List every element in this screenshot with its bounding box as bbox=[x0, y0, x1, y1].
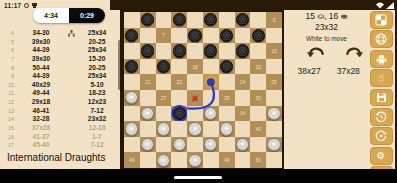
move-row: 1040x295-10 bbox=[2, 81, 116, 90]
white-man[interactable] bbox=[220, 122, 233, 135]
light-square bbox=[171, 28, 187, 44]
move-choices: 38x27 37x28 bbox=[298, 66, 360, 76]
black-man-selected[interactable] bbox=[173, 107, 186, 120]
light-square bbox=[203, 152, 219, 168]
square-20[interactable]: 20 bbox=[250, 59, 266, 75]
black-move[interactable]: 12x23 bbox=[76, 98, 118, 107]
white-clock[interactable]: 4:34 bbox=[33, 8, 69, 23]
white-man[interactable] bbox=[236, 138, 249, 151]
status-app-icon bbox=[32, 3, 37, 8]
square-2[interactable] bbox=[171, 12, 187, 28]
light-square bbox=[140, 152, 156, 168]
square-number: 27 bbox=[161, 95, 167, 101]
white-move[interactable]: 44-39 bbox=[16, 46, 66, 55]
light-square bbox=[219, 137, 235, 153]
right-panel: 15 ⛀, 16 ⛂ 23x32 White to move 38x27 37x… bbox=[284, 10, 395, 169]
move-choice-1[interactable]: 38x27 bbox=[298, 66, 321, 76]
undo-arrow-icon[interactable] bbox=[306, 45, 325, 58]
save-icon bbox=[376, 92, 387, 103]
light-square bbox=[187, 43, 203, 59]
wifi-icon bbox=[376, 2, 384, 9]
square-5[interactable]: 5 bbox=[266, 12, 282, 28]
light-square bbox=[235, 90, 251, 106]
square-50[interactable]: 50 bbox=[250, 152, 266, 168]
black-man[interactable] bbox=[173, 13, 186, 26]
signal-icon bbox=[386, 2, 394, 9]
app-screen: 11:17 4:34 0:29 434-3025x34539x3020-2564… bbox=[0, 0, 397, 182]
move-row: 644-3925x34 bbox=[2, 46, 116, 55]
square-number: 21 bbox=[145, 79, 151, 85]
black-count: 16 bbox=[329, 11, 338, 21]
white-move[interactable]: 45-40 bbox=[16, 141, 66, 150]
square-47[interactable] bbox=[156, 152, 172, 168]
light-square bbox=[219, 106, 235, 122]
light-square bbox=[156, 43, 172, 59]
white-move[interactable]: 41-37 bbox=[16, 133, 66, 142]
light-square bbox=[187, 12, 203, 28]
square-3[interactable] bbox=[203, 12, 219, 28]
square-number: 24 bbox=[240, 79, 246, 85]
white-move[interactable]: 34-30 bbox=[16, 29, 66, 38]
light-square bbox=[235, 59, 251, 75]
nav-arrows bbox=[306, 45, 364, 58]
black-move[interactable]: 23x32 bbox=[76, 115, 118, 124]
light-square bbox=[171, 121, 187, 137]
black-man[interactable] bbox=[252, 29, 265, 42]
light-square bbox=[203, 90, 219, 106]
move-row: 1229x1812x23 bbox=[2, 98, 116, 107]
square-49[interactable]: 49 bbox=[219, 152, 235, 168]
move-number: 7 bbox=[2, 55, 16, 64]
light-square bbox=[203, 121, 219, 137]
square-13[interactable] bbox=[203, 43, 219, 59]
move-number: 17 bbox=[2, 141, 16, 150]
square-24[interactable]: 24 bbox=[235, 74, 251, 90]
square-36[interactable] bbox=[124, 121, 140, 137]
move-number: 11 bbox=[2, 89, 16, 98]
computer-play-button[interactable] bbox=[370, 50, 393, 68]
black-man[interactable] bbox=[188, 29, 201, 42]
light-square bbox=[124, 12, 140, 28]
square-4[interactable] bbox=[235, 12, 251, 28]
move-row: 739x3015-20 bbox=[2, 55, 116, 64]
light-square bbox=[250, 43, 266, 59]
square-19[interactable] bbox=[219, 59, 235, 75]
replay-icon bbox=[375, 130, 387, 142]
light-square bbox=[219, 43, 235, 59]
move-number: 6 bbox=[2, 46, 16, 55]
square-42[interactable] bbox=[171, 137, 187, 153]
white-move[interactable]: 49-44 bbox=[16, 89, 66, 98]
light-square bbox=[156, 12, 172, 28]
black-move[interactable]: 1-7 bbox=[76, 133, 118, 142]
square-number: 20 bbox=[255, 64, 261, 70]
square-number: 40 bbox=[255, 126, 261, 132]
black-move[interactable]: 25x34 bbox=[76, 72, 118, 81]
move-row: 850-4420-25 bbox=[2, 64, 116, 73]
light-square bbox=[171, 59, 187, 75]
light-square bbox=[250, 12, 266, 28]
square-28[interactable]: ✕ bbox=[187, 90, 203, 106]
board-theme-button[interactable] bbox=[370, 11, 393, 29]
square-27[interactable]: 27 bbox=[156, 90, 172, 106]
white-man[interactable] bbox=[157, 154, 170, 167]
light-square bbox=[124, 74, 140, 90]
square-46[interactable]: 46 bbox=[124, 152, 140, 168]
move-row: 1537x2812-18 bbox=[2, 124, 116, 133]
black-move[interactable]: 12-18 bbox=[76, 124, 118, 133]
square-48[interactable] bbox=[187, 152, 203, 168]
move-number: 15 bbox=[2, 124, 16, 133]
square-number: 49 bbox=[224, 157, 230, 163]
light-square bbox=[266, 152, 282, 168]
light-square bbox=[203, 28, 219, 44]
android-robot-icon bbox=[376, 53, 387, 65]
black-move[interactable]: 20-25 bbox=[76, 38, 118, 47]
light-square bbox=[235, 28, 251, 44]
light-square bbox=[187, 137, 203, 153]
square-number: 34 bbox=[240, 110, 246, 116]
white-move[interactable]: 32-28 bbox=[16, 115, 66, 124]
white-move[interactable]: 46-41 bbox=[16, 107, 66, 116]
settings-button[interactable]: ⚙ bbox=[370, 147, 393, 165]
move-row: 944-3925x34 bbox=[2, 72, 116, 81]
white-man[interactable] bbox=[267, 107, 280, 120]
square-number: 7 bbox=[162, 32, 165, 38]
white-count: 15 bbox=[306, 11, 315, 21]
light-square bbox=[156, 106, 172, 122]
white-man[interactable] bbox=[125, 122, 138, 135]
square-14[interactable] bbox=[235, 43, 251, 59]
square-number: 18 bbox=[192, 64, 198, 70]
white-man[interactable] bbox=[188, 122, 201, 135]
black-man[interactable] bbox=[204, 44, 217, 57]
white-move[interactable]: 39x30 bbox=[16, 38, 66, 47]
square-9[interactable] bbox=[219, 28, 235, 44]
light-square bbox=[266, 59, 282, 75]
square-number: 15 bbox=[271, 48, 277, 54]
light-square bbox=[235, 152, 251, 168]
square-16[interactable] bbox=[124, 59, 140, 75]
square-37[interactable] bbox=[156, 121, 172, 137]
square-32[interactable] bbox=[171, 106, 187, 122]
globe-icon bbox=[375, 33, 387, 45]
light-square bbox=[266, 121, 282, 137]
last-move-label: 23x32 bbox=[284, 22, 370, 32]
light-square bbox=[140, 59, 156, 75]
black-man[interactable] bbox=[236, 44, 249, 57]
square-number: 29 bbox=[224, 95, 230, 101]
light-square bbox=[156, 74, 172, 90]
square-40[interactable]: 40 bbox=[250, 121, 266, 137]
square-17[interactable] bbox=[156, 59, 172, 75]
black-clock[interactable]: 0:29 bbox=[69, 8, 105, 23]
move-row: 1641-371-7 bbox=[2, 133, 116, 142]
light-square bbox=[250, 106, 266, 122]
white-move[interactable]: 29x18 bbox=[16, 98, 66, 107]
clock-chip: 4:34 0:29 bbox=[33, 8, 105, 23]
light-square bbox=[187, 74, 203, 90]
light-square bbox=[235, 121, 251, 137]
move-number: 16 bbox=[2, 133, 16, 142]
status-clock-icon bbox=[24, 3, 29, 8]
light-square bbox=[250, 137, 266, 153]
black-man[interactable] bbox=[125, 29, 138, 42]
square-15[interactable]: 15 bbox=[266, 43, 282, 59]
black-move[interactable]: 25x34 bbox=[76, 46, 118, 55]
white-man[interactable] bbox=[188, 154, 201, 167]
white-man[interactable] bbox=[141, 107, 154, 120]
online-engine-button[interactable] bbox=[370, 30, 393, 48]
white-move[interactable]: 50-44 bbox=[16, 64, 66, 73]
white-move[interactable]: 39x30 bbox=[16, 55, 66, 64]
light-square bbox=[140, 90, 156, 106]
black-move[interactable]: 7-12 bbox=[76, 107, 118, 116]
black-move[interactable]: 25x34 bbox=[76, 29, 118, 38]
move-number: 14 bbox=[2, 115, 16, 124]
white-man[interactable] bbox=[267, 138, 280, 151]
move-choice-2[interactable]: 37x28 bbox=[337, 66, 360, 76]
square-12[interactable] bbox=[171, 43, 187, 59]
light-square bbox=[266, 90, 282, 106]
move-row: 434-3025x34 bbox=[2, 29, 116, 38]
black-man[interactable] bbox=[173, 44, 186, 57]
piece-count: 15 ⛀, 16 ⛂ bbox=[284, 11, 370, 21]
draughts-board[interactable]: 571518202122242527✕29303440464950 bbox=[124, 12, 282, 168]
black-man[interactable] bbox=[141, 13, 154, 26]
square-34[interactable]: 34 bbox=[235, 106, 251, 122]
square-41[interactable] bbox=[140, 137, 156, 153]
black-man[interactable] bbox=[125, 60, 138, 73]
square-1[interactable] bbox=[140, 12, 156, 28]
status-bar-right bbox=[376, 2, 395, 9]
light-square bbox=[187, 106, 203, 122]
light-square bbox=[171, 152, 187, 168]
move-row: 1149-4418-23 bbox=[2, 89, 116, 98]
captured-piece-marker: ✕ bbox=[192, 93, 199, 103]
square-number: 50 bbox=[255, 157, 261, 163]
move-number: 10 bbox=[2, 81, 16, 90]
light-square bbox=[250, 74, 266, 90]
gear-icon: ⚙ bbox=[377, 151, 386, 161]
light-square bbox=[124, 137, 140, 153]
redo-arrow-icon[interactable] bbox=[345, 45, 364, 58]
square-29[interactable]: 29 bbox=[219, 90, 235, 106]
app-title: International Draughts bbox=[7, 152, 105, 163]
save-button[interactable] bbox=[370, 89, 393, 107]
square-11[interactable] bbox=[140, 43, 156, 59]
book-move-icon bbox=[68, 30, 75, 37]
gesture-pill[interactable] bbox=[174, 176, 222, 180]
square-8[interactable] bbox=[187, 28, 203, 44]
checkerboard-icon bbox=[375, 14, 387, 26]
light-square bbox=[203, 59, 219, 75]
move-row: 1432-2823x32 bbox=[2, 115, 116, 124]
light-square bbox=[124, 43, 140, 59]
light-square bbox=[219, 12, 235, 28]
square-35[interactable] bbox=[266, 106, 282, 122]
white-move[interactable]: 37x28 bbox=[16, 124, 66, 133]
light-square bbox=[140, 121, 156, 137]
hand-pointer-icon: ☝ bbox=[378, 73, 384, 83]
move-number: 5 bbox=[2, 38, 16, 47]
square-6[interactable] bbox=[124, 28, 140, 44]
status-time: 11:17 bbox=[4, 2, 21, 9]
white-man[interactable] bbox=[173, 138, 186, 151]
light-square bbox=[171, 90, 187, 106]
light-square bbox=[266, 28, 282, 44]
white-move[interactable]: 44-39 bbox=[16, 72, 66, 81]
square-43[interactable] bbox=[203, 137, 219, 153]
square-33[interactable] bbox=[203, 106, 219, 122]
white-man[interactable] bbox=[141, 138, 154, 151]
light-square bbox=[124, 106, 140, 122]
bottom-nav-bar bbox=[0, 169, 397, 183]
manual-move-button[interactable]: ☝ bbox=[370, 69, 393, 87]
square-number: 46 bbox=[129, 157, 135, 163]
square-30[interactable]: 30 bbox=[250, 90, 266, 106]
move-row: 1346-417-12 bbox=[2, 107, 116, 116]
square-22[interactable]: 22 bbox=[171, 74, 187, 90]
square-38[interactable] bbox=[187, 121, 203, 137]
square-7[interactable]: 7 bbox=[156, 28, 172, 44]
black-man[interactable] bbox=[220, 60, 233, 73]
replay-button[interactable] bbox=[370, 127, 393, 145]
black-man[interactable] bbox=[236, 13, 249, 26]
light-square bbox=[156, 137, 172, 153]
move-list[interactable]: 434-3025x34539x3020-25644-3925x34739x301… bbox=[2, 29, 116, 150]
square-45[interactable] bbox=[266, 137, 282, 153]
square-number: 5 bbox=[273, 17, 276, 23]
move-number: 9 bbox=[2, 72, 16, 81]
black-man[interactable] bbox=[204, 13, 217, 26]
square-39[interactable] bbox=[219, 121, 235, 137]
white-man[interactable] bbox=[204, 107, 217, 120]
move-number: 12 bbox=[2, 98, 16, 107]
move-row: 539x3020-25 bbox=[2, 38, 116, 47]
black-man-icon: ⛂ bbox=[341, 12, 348, 21]
white-man[interactable] bbox=[125, 91, 138, 104]
square-21[interactable]: 21 bbox=[140, 74, 156, 90]
black-move[interactable]: 20-25 bbox=[76, 64, 118, 73]
white-man[interactable] bbox=[157, 122, 170, 135]
square-18[interactable]: 18 bbox=[187, 59, 203, 75]
black-man[interactable] bbox=[220, 29, 233, 42]
light-square bbox=[140, 28, 156, 44]
history-clock-icon bbox=[375, 111, 387, 123]
white-move[interactable]: 40x29 bbox=[16, 81, 66, 90]
square-23[interactable] bbox=[203, 74, 219, 90]
black-move[interactable]: 5-10 bbox=[76, 81, 118, 90]
black-move[interactable]: 15-20 bbox=[76, 55, 118, 64]
toolbar: ☝ bbox=[370, 11, 393, 182]
left-panel: 4:34 0:29 434-3025x34539x3020-25644-3925… bbox=[0, 10, 120, 169]
move-row: 1745-407-12 bbox=[2, 141, 116, 150]
black-man[interactable] bbox=[157, 60, 170, 73]
white-man[interactable] bbox=[204, 138, 217, 151]
black-man[interactable] bbox=[141, 44, 154, 57]
square-10[interactable] bbox=[250, 28, 266, 44]
square-number: 25 bbox=[271, 79, 277, 85]
board-backdrop: 571518202122242527✕29303440464950 bbox=[120, 10, 284, 169]
black-move[interactable]: 18-23 bbox=[76, 89, 118, 98]
black-move[interactable]: 7-12 bbox=[76, 141, 118, 150]
move-number: 8 bbox=[2, 64, 16, 73]
square-31[interactable] bbox=[140, 106, 156, 122]
square-26[interactable] bbox=[124, 90, 140, 106]
square-44[interactable] bbox=[235, 137, 251, 153]
turn-status: White to move bbox=[284, 35, 370, 42]
history-button[interactable] bbox=[370, 108, 393, 126]
move-number: 4 bbox=[2, 29, 16, 38]
light-square bbox=[219, 74, 235, 90]
move-number: 13 bbox=[2, 107, 16, 116]
square-number: 30 bbox=[255, 95, 261, 101]
square-number: 22 bbox=[177, 79, 183, 85]
square-25[interactable]: 25 bbox=[266, 74, 282, 90]
